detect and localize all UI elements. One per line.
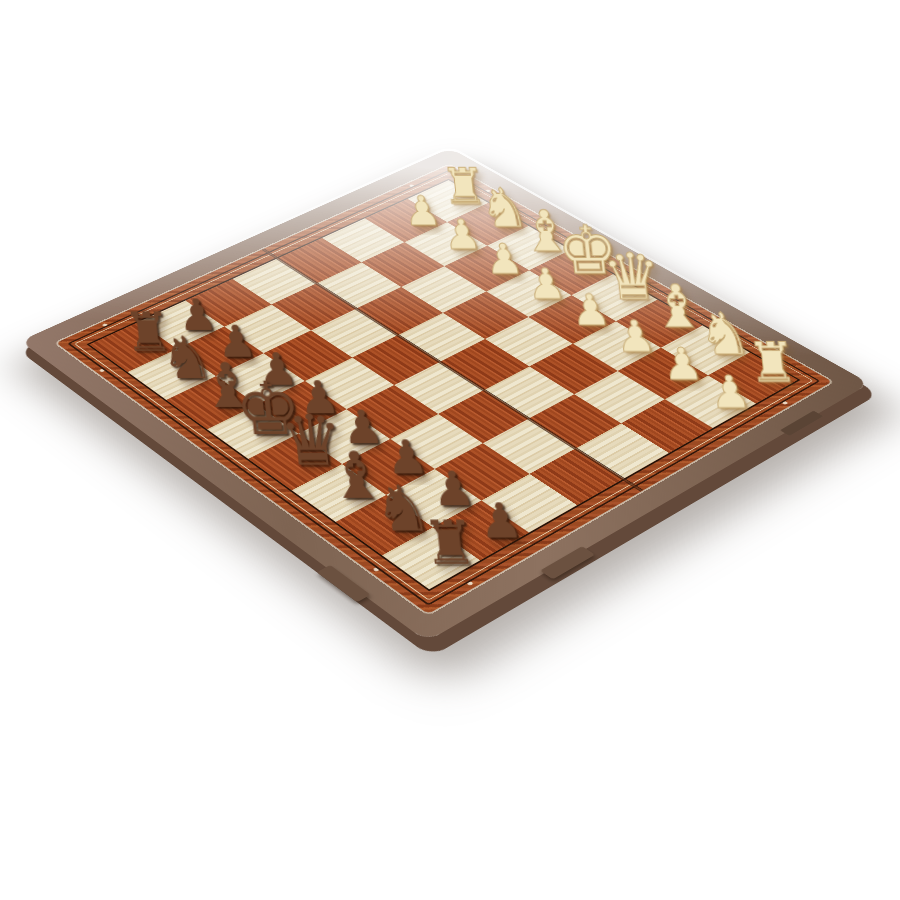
board-frame: ♜♟♟♜♞♟♟♞♝♟♟♝♚♟♟♚♛♟♟♛♝♟♟♝♞♟♟♞♜♟♟♜ [56, 165, 832, 614]
white-rook[interactable]: ♜ [745, 336, 800, 391]
white-pawn[interactable]: ♟ [525, 263, 568, 306]
rivet-dot [99, 368, 106, 372]
rivet-dot [466, 581, 474, 586]
white-pawn[interactable]: ♟ [660, 342, 705, 387]
white-pawn[interactable]: ♟ [569, 288, 612, 331]
rivet-dot [781, 401, 788, 405]
white-pawn[interactable]: ♟ [402, 190, 443, 231]
white-pawn[interactable]: ♟ [483, 238, 525, 280]
white-pawn[interactable]: ♟ [442, 214, 483, 255]
case-foot-bottom [540, 546, 595, 579]
chess-board: ♜♟♟♜♞♟♟♞♝♟♟♝♚♟♟♚♛♟♟♛♝♟♟♝♞♟♟♞♜♟♟♜ [87, 179, 801, 591]
case-foot-left [317, 565, 371, 602]
folding-case: ♜♟♟♜♞♟♟♞♝♟♟♝♚♟♟♚♛♟♟♛♝♟♟♝♞♟♟♞♜♟♟♜ [20, 148, 870, 642]
clasp-notch [780, 411, 823, 436]
rivet-dot [373, 567, 381, 572]
black-pawn[interactable]: ♟ [429, 465, 477, 513]
black-rook[interactable]: ♜ [420, 513, 480, 573]
rivet-dot [102, 323, 109, 327]
white-pawn[interactable]: ♟ [614, 315, 658, 359]
chess-set-photo: ♜♟♟♜♞♟♟♞♝♟♟♝♚♟♟♚♛♟♟♛♝♟♟♝♞♟♟♞♜♟♟♜ [0, 0, 900, 900]
black-pawn[interactable]: ♟ [476, 497, 525, 545]
white-pawn[interactable]: ♟ [708, 370, 753, 415]
